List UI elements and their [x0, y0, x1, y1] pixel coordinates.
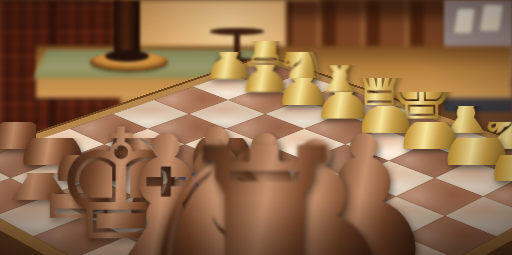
board-scene: ♜♞♝♛♚♝♞♜♟♟♟♟♟♟♟♟♟♞♟♟♟♟♟♟♟♟♜♝♛♚♝♞♜ [0, 0, 512, 255]
gold-pawn-icon: ♟ [478, 93, 512, 197]
chess-board[interactable]: ♜♞♝♛♚♝♞♜♟♟♟♟♟♟♟♟♟♞♟♟♟♟♟♟♟♟♜♝♛♚♝♞♜ [0, 56, 512, 255]
board-pieces: ♜♞♝♛♚♝♞♜♟♟♟♟♟♟♟♟♟♞♟♟♟♟♟♟♟♟♜♝♛♚♝♞♜ [0, 62, 512, 255]
piece-gold-pawn-h2[interactable]: ♟ [465, 155, 512, 196]
bronze-rook-icon: ♜ [166, 125, 363, 255]
chess-game-screenshot: ♜♞♝♛♚♝♞♜♟♟♟♟♟♟♟♟♟♞♟♟♟♟♟♟♟♟♜♝♛♚♝♞♜ [0, 0, 512, 255]
